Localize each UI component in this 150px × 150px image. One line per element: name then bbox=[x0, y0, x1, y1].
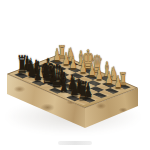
white-pawn: ♟ bbox=[70, 54, 78, 70]
white-pawn: ♟ bbox=[89, 62, 97, 78]
white-pawn: ♟ bbox=[63, 51, 71, 67]
black-pawn: ♟ bbox=[57, 70, 66, 90]
white-bishop: ♝ bbox=[102, 60, 111, 80]
white-knight: ♞ bbox=[110, 65, 119, 84]
black-pawn: ♟ bbox=[41, 62, 50, 82]
black-knight: ♞ bbox=[25, 55, 37, 80]
black-pawn: ♟ bbox=[67, 73, 76, 93]
black-king: ♚ bbox=[39, 54, 55, 88]
black-knight: ♞ bbox=[68, 74, 80, 99]
white-pawn: ♟ bbox=[79, 58, 87, 74]
black-pawn: ♟ bbox=[22, 54, 31, 74]
white-pawn: ♟ bbox=[96, 66, 104, 82]
black-pawn: ♟ bbox=[74, 77, 83, 97]
white-rook: ♜ bbox=[58, 43, 66, 61]
white-knight: ♞ bbox=[67, 46, 76, 65]
white-queen: ♛ bbox=[92, 52, 103, 76]
white-king: ♚ bbox=[82, 47, 94, 73]
white-pawn: ♟ bbox=[105, 69, 113, 85]
black-queen: ♛ bbox=[50, 60, 65, 92]
black-pawn: ♟ bbox=[31, 58, 40, 78]
white-rook: ♜ bbox=[119, 69, 127, 87]
watermark bbox=[58, 141, 92, 145]
black-rook: ♜ bbox=[77, 79, 88, 103]
white-pawn: ♟ bbox=[115, 73, 123, 89]
pieces-layer: ♜♞♝♚♛♝♞♜♟♟♟♟♟♟♟♟♟♟♟♟♟♟♟♟♜♞♝♚♛♝♞♜ bbox=[0, 0, 150, 150]
black-bishop: ♝ bbox=[32, 58, 44, 85]
black-pawn: ♟ bbox=[48, 66, 57, 86]
chess-set-photo: ♜♞♝♚♛♝♞♜♟♟♟♟♟♟♟♟♟♟♟♟♟♟♟♟♜♞♝♚♛♝♞♜ bbox=[0, 0, 150, 150]
black-rook: ♜ bbox=[16, 53, 27, 77]
black-pawn: ♟ bbox=[83, 81, 92, 101]
white-pawn: ♟ bbox=[53, 47, 61, 63]
black-bishop: ♝ bbox=[58, 69, 70, 96]
white-bishop: ♝ bbox=[76, 49, 85, 69]
